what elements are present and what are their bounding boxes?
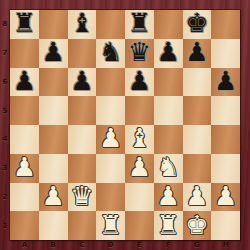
square-e7[interactable]: ♛	[125, 39, 154, 68]
square-d5[interactable]	[96, 96, 125, 125]
square-a1[interactable]	[10, 211, 39, 240]
square-e6[interactable]: ♟	[125, 68, 154, 97]
square-g4[interactable]	[183, 125, 212, 154]
square-f2[interactable]: ♟	[154, 183, 183, 212]
white-pawn: ♟	[41, 183, 64, 209]
square-d6[interactable]	[96, 68, 125, 97]
square-c6[interactable]: ♟	[68, 68, 97, 97]
square-h6[interactable]: ♟	[211, 68, 240, 97]
square-f5[interactable]	[154, 96, 183, 125]
square-e3[interactable]: ♟	[125, 154, 154, 183]
square-h3[interactable]	[211, 154, 240, 183]
rank-label-6: 6	[0, 68, 10, 97]
square-e1[interactable]	[125, 211, 154, 240]
square-h4[interactable]	[211, 125, 240, 154]
square-e4[interactable]: ♝	[125, 125, 154, 154]
white-rook: ♜	[99, 212, 122, 238]
square-b1[interactable]	[39, 211, 68, 240]
white-queen: ♛	[70, 183, 93, 209]
square-c7[interactable]	[68, 39, 97, 68]
square-h1[interactable]	[211, 211, 240, 240]
black-pawn: ♟	[41, 39, 64, 65]
black-rook: ♜	[13, 10, 36, 36]
square-b7[interactable]: ♟	[39, 39, 68, 68]
rank-label-4: 4	[0, 125, 10, 154]
white-pawn: ♟	[214, 183, 237, 209]
rank-label-3: 3	[0, 154, 10, 183]
square-c3[interactable]	[68, 154, 97, 183]
square-d8[interactable]	[96, 10, 125, 39]
square-e2[interactable]	[125, 183, 154, 212]
square-e8[interactable]: ♜	[125, 10, 154, 39]
white-pawn: ♟	[156, 183, 179, 209]
white-knight: ♞	[156, 154, 179, 180]
square-c2[interactable]: ♛	[68, 183, 97, 212]
square-c4[interactable]	[68, 125, 97, 154]
square-g6[interactable]	[183, 68, 212, 97]
square-b2[interactable]: ♟	[39, 183, 68, 212]
white-pawn: ♟	[185, 183, 208, 209]
black-bishop: ♝	[70, 10, 93, 36]
square-d7[interactable]: ♞	[96, 39, 125, 68]
rank-labels: 87654321	[0, 10, 10, 240]
file-labels: ABCDEFGH	[10, 239, 240, 250]
square-c5[interactable]	[68, 96, 97, 125]
black-knight: ♞	[99, 39, 122, 65]
square-b8[interactable]	[39, 10, 68, 39]
square-a3[interactable]: ♟	[10, 154, 39, 183]
white-pawn: ♟	[13, 154, 36, 180]
file-label-a: A	[10, 239, 39, 250]
square-c1[interactable]	[68, 211, 97, 240]
square-d1[interactable]: ♜	[96, 211, 125, 240]
file-label-g: G	[183, 239, 212, 250]
black-pawn: ♟	[13, 68, 36, 94]
square-g2[interactable]: ♟	[183, 183, 212, 212]
square-f7[interactable]: ♟	[154, 39, 183, 68]
square-g7[interactable]: ♟	[183, 39, 212, 68]
square-a7[interactable]	[10, 39, 39, 68]
square-d4[interactable]: ♟	[96, 125, 125, 154]
square-a6[interactable]: ♟	[10, 68, 39, 97]
square-c8[interactable]: ♝	[68, 10, 97, 39]
rank-label-7: 7	[0, 39, 10, 68]
square-a4[interactable]	[10, 125, 39, 154]
rank-label-1: 1	[0, 211, 10, 240]
white-bishop: ♝	[128, 125, 151, 151]
white-king: ♚	[185, 212, 208, 238]
file-label-b: B	[39, 239, 68, 250]
square-b4[interactable]	[39, 125, 68, 154]
file-label-d: D	[96, 239, 125, 250]
square-f3[interactable]: ♞	[154, 154, 183, 183]
square-d3[interactable]	[96, 154, 125, 183]
square-g1[interactable]: ♚	[183, 211, 212, 240]
square-a2[interactable]	[10, 183, 39, 212]
chess-board-frame: 87654321 ♜♝♜♚♟♞♛♟♟♟♟♟♟♟♝♟♟♞♟♛♟♟♟♜♜♚ ABCD…	[0, 0, 250, 250]
square-e5[interactable]	[125, 96, 154, 125]
black-pawn: ♟	[156, 39, 179, 65]
square-h5[interactable]	[211, 96, 240, 125]
file-label-e: E	[125, 239, 154, 250]
black-rook: ♜	[128, 10, 151, 36]
square-f4[interactable]	[154, 125, 183, 154]
square-f8[interactable]	[154, 10, 183, 39]
square-h2[interactable]: ♟	[211, 183, 240, 212]
rank-label-2: 2	[0, 183, 10, 212]
square-g5[interactable]	[183, 96, 212, 125]
square-b5[interactable]	[39, 96, 68, 125]
square-h7[interactable]	[211, 39, 240, 68]
square-h8[interactable]	[211, 10, 240, 39]
black-pawn: ♟	[185, 39, 208, 65]
square-f6[interactable]	[154, 68, 183, 97]
black-queen: ♛	[128, 39, 151, 65]
white-rook: ♜	[156, 212, 179, 238]
square-g3[interactable]	[183, 154, 212, 183]
black-pawn: ♟	[70, 68, 93, 94]
file-label-h: H	[211, 239, 240, 250]
square-d2[interactable]	[96, 183, 125, 212]
black-king: ♚	[185, 10, 208, 36]
black-pawn: ♟	[128, 68, 151, 94]
rank-label-8: 8	[0, 10, 10, 39]
white-pawn: ♟	[128, 154, 151, 180]
square-b3[interactable]	[39, 154, 68, 183]
square-f1[interactable]: ♜	[154, 211, 183, 240]
file-label-f: F	[154, 239, 183, 250]
square-g8[interactable]: ♚	[183, 10, 212, 39]
square-a8[interactable]: ♜	[10, 10, 39, 39]
rank-label-5: 5	[0, 96, 10, 125]
black-pawn: ♟	[214, 68, 237, 94]
white-pawn: ♟	[99, 125, 122, 151]
chess-board: ♜♝♜♚♟♞♛♟♟♟♟♟♟♟♝♟♟♞♟♛♟♟♟♜♜♚	[10, 10, 240, 240]
square-b6[interactable]	[39, 68, 68, 97]
file-label-c: C	[68, 239, 97, 250]
square-a5[interactable]	[10, 96, 39, 125]
